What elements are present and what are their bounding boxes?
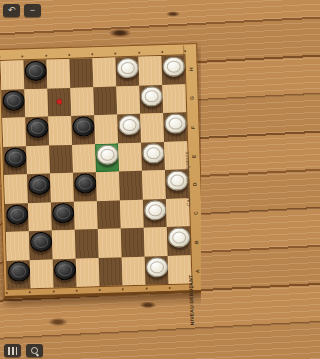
square-r6c1[interactable] (29, 231, 53, 260)
square-r6c6[interactable] (144, 227, 168, 256)
frame-nail (75, 290, 77, 292)
square-r5c6[interactable] (143, 198, 167, 227)
square-r4c5[interactable] (119, 171, 143, 200)
square-r0c6[interactable] (138, 56, 162, 85)
square-r7c5[interactable] (122, 256, 146, 285)
square-r6c0[interactable] (6, 231, 30, 260)
row-label-D: D (191, 183, 197, 187)
square-r0c2[interactable] (46, 59, 70, 88)
square-r3c4[interactable] (95, 143, 119, 172)
square-r7c2[interactable] (53, 258, 77, 287)
square-r6c7[interactable] (167, 226, 191, 255)
square-r3c6[interactable] (141, 141, 165, 170)
square-r7c1[interactable] (30, 259, 54, 288)
frame-nail (138, 52, 140, 54)
square-r0c3[interactable] (69, 58, 93, 87)
undo-arrow-icon: ↶ (8, 6, 16, 15)
square-r6c4[interactable] (98, 228, 122, 257)
square-r5c3[interactable] (74, 201, 98, 230)
undo-button[interactable]: ↶ (3, 4, 20, 17)
square-r7c4[interactable] (99, 257, 123, 286)
minus-icon: − (30, 6, 35, 15)
square-r2c1[interactable] (25, 117, 49, 146)
square-r0c1[interactable] (23, 60, 47, 89)
square-r3c5[interactable] (118, 142, 142, 171)
white-man[interactable] (142, 143, 165, 164)
square-r2c3[interactable] (71, 115, 95, 144)
frame-nail (52, 291, 54, 293)
black-man[interactable] (51, 203, 74, 224)
black-man[interactable] (7, 261, 30, 282)
white-man[interactable] (167, 227, 190, 248)
black-man[interactable] (2, 90, 25, 111)
black-man[interactable] (6, 204, 29, 225)
square-r1c2[interactable] (47, 87, 71, 116)
square-r0c4[interactable] (92, 57, 116, 86)
checkers-board: Capture est obligatoire NIVEAU DEBUTANT … (0, 43, 201, 299)
row-label-B: B (193, 240, 199, 244)
row-label-C: C (192, 211, 198, 215)
frame-nail (22, 55, 24, 57)
square-r1c3[interactable] (70, 87, 94, 116)
square-r4c6[interactable] (142, 170, 166, 199)
frame-nail (91, 53, 93, 55)
square-r4c0[interactable] (4, 174, 28, 203)
square-r7c3[interactable] (76, 258, 100, 287)
magnifier-icon (31, 347, 38, 354)
black-man[interactable] (26, 118, 49, 139)
square-r2c5[interactable] (117, 114, 141, 143)
zoom-button[interactable] (26, 344, 43, 357)
frame-nail (29, 291, 31, 293)
square-r5c2[interactable] (51, 201, 75, 230)
square-r1c4[interactable] (93, 86, 117, 115)
frame-nail (122, 288, 124, 290)
white-man[interactable] (164, 114, 187, 135)
square-r3c2[interactable] (49, 144, 73, 173)
row-label-F: F (190, 126, 196, 129)
white-man[interactable] (145, 257, 168, 278)
square-r3c1[interactable] (26, 145, 50, 174)
frame-nail (115, 52, 117, 54)
black-man[interactable] (28, 175, 51, 196)
minimize-button[interactable]: − (24, 4, 41, 17)
square-r2c7[interactable] (163, 112, 187, 141)
row-label-G: G (189, 96, 195, 100)
frame-nail (184, 50, 186, 52)
square-r4c4[interactable] (96, 171, 120, 200)
square-r5c0[interactable] (5, 203, 29, 232)
square-r1c6[interactable] (139, 85, 163, 114)
square-r7c6[interactable] (145, 255, 169, 284)
black-man[interactable] (72, 116, 95, 137)
frame-nail (168, 287, 170, 289)
black-man[interactable] (24, 61, 47, 82)
red-dot-marker (57, 99, 62, 104)
square-r2c2[interactable] (48, 116, 72, 145)
square-r4c3[interactable] (73, 172, 97, 201)
square-r2c6[interactable] (140, 113, 164, 142)
square-r6c3[interactable] (75, 229, 99, 258)
white-man[interactable] (118, 115, 141, 136)
square-r6c2[interactable] (52, 230, 76, 259)
frame-nail (6, 292, 8, 294)
square-r0c0[interactable] (0, 60, 24, 89)
frame-nail (99, 289, 101, 291)
white-man[interactable] (143, 200, 166, 221)
square-r6c5[interactable] (121, 228, 145, 257)
white-man[interactable] (140, 86, 163, 107)
square-r0c7[interactable] (161, 55, 185, 84)
white-man[interactable] (162, 57, 185, 78)
square-r4c1[interactable] (27, 174, 51, 203)
frame-nail (192, 286, 194, 288)
row-label-H: H (188, 68, 194, 72)
frame-nail (68, 54, 70, 56)
frame-nail (45, 55, 47, 57)
square-r2c0[interactable] (2, 117, 26, 146)
square-r0c5[interactable] (115, 57, 139, 86)
menu-button[interactable] (4, 344, 21, 357)
frame-nail (145, 288, 147, 290)
rule-text: Capture est obligatoire (183, 151, 191, 206)
row-label-E: E (191, 154, 197, 158)
black-man[interactable] (74, 173, 97, 194)
white-man[interactable] (116, 58, 139, 79)
square-r5c4[interactable] (97, 200, 121, 229)
frame-nail (161, 51, 163, 53)
black-man[interactable] (29, 232, 52, 253)
board-grid (0, 54, 193, 290)
black-man[interactable] (4, 147, 27, 168)
black-man[interactable] (53, 260, 76, 281)
square-r1c7[interactable] (162, 84, 186, 113)
row-label-A: A (194, 269, 200, 273)
square-r1c1[interactable] (24, 88, 48, 117)
selected-white-man[interactable] (96, 144, 119, 165)
square-r3c3[interactable] (72, 144, 96, 173)
square-r5c1[interactable] (28, 202, 52, 231)
square-r4c2[interactable] (50, 173, 74, 202)
vertical-bars-icon (8, 347, 17, 355)
level-text: NIVEAU DEBUTANT (187, 275, 195, 326)
square-r3c0[interactable] (3, 146, 27, 175)
square-r1c5[interactable] (116, 85, 140, 114)
square-r2c4[interactable] (94, 114, 118, 143)
square-r7c0[interactable] (7, 260, 31, 289)
square-r5c5[interactable] (120, 199, 144, 228)
square-r1c0[interactable] (1, 89, 25, 118)
